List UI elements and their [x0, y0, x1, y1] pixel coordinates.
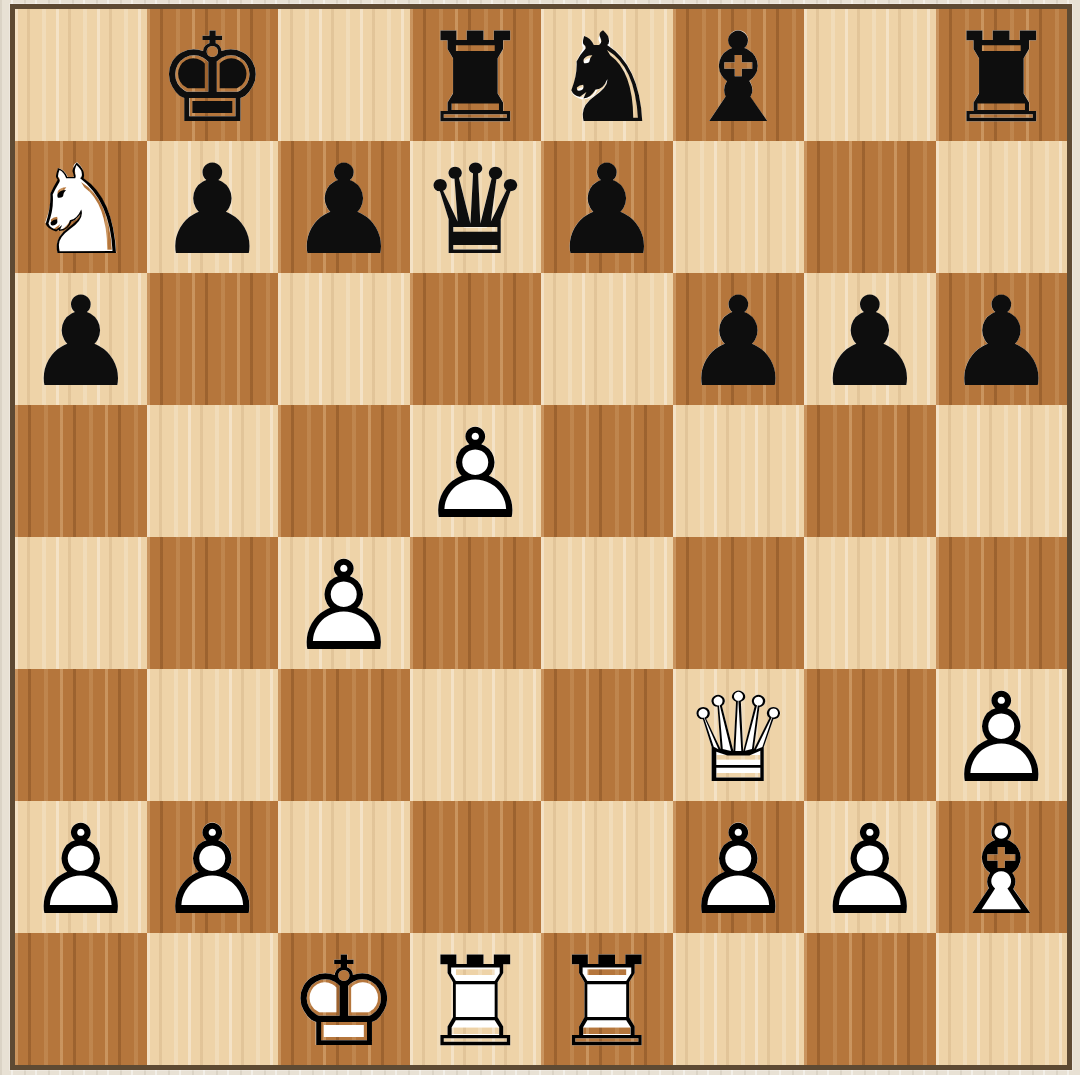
square-e1[interactable]: ♜♖ — [541, 933, 673, 1065]
square-a8[interactable] — [15, 9, 147, 141]
square-g4[interactable] — [804, 537, 936, 669]
piece-black-pawn[interactable]: ♙♟ — [147, 141, 279, 273]
square-a5[interactable] — [15, 405, 147, 537]
square-e4[interactable] — [541, 537, 673, 669]
black-pawn-icon: ♟ — [936, 276, 1068, 408]
square-g1[interactable] — [804, 933, 936, 1065]
square-c5[interactable] — [278, 405, 410, 537]
square-b3[interactable] — [147, 669, 279, 801]
square-a2[interactable]: ♟♙ — [15, 801, 147, 933]
piece-white-bishop[interactable]: ♝♗ — [936, 801, 1068, 933]
square-d2[interactable] — [410, 801, 542, 933]
square-h4[interactable] — [936, 537, 1068, 669]
square-e2[interactable] — [541, 801, 673, 933]
white-pawn-icon: ♙ — [804, 804, 936, 936]
white-pawn-icon: ♙ — [673, 804, 805, 936]
piece-white-pawn[interactable]: ♟♙ — [804, 801, 936, 933]
black-queen-icon: ♛ — [410, 144, 542, 276]
square-f1[interactable] — [673, 933, 805, 1065]
square-a7[interactable]: ♞♘ — [15, 141, 147, 273]
piece-black-knight[interactable]: ♘♞ — [541, 9, 673, 141]
piece-white-rook[interactable]: ♜♖ — [410, 933, 542, 1065]
black-rook-icon: ♜ — [936, 12, 1068, 144]
square-d8[interactable]: ♖♜ — [410, 9, 542, 141]
square-c7[interactable]: ♙♟ — [278, 141, 410, 273]
square-e7[interactable]: ♙♟ — [541, 141, 673, 273]
square-c4[interactable]: ♟♙ — [278, 537, 410, 669]
black-pawn-icon: ♟ — [804, 276, 936, 408]
piece-white-pawn[interactable]: ♟♙ — [936, 669, 1068, 801]
piece-white-rook[interactable]: ♜♖ — [541, 933, 673, 1065]
piece-black-pawn[interactable]: ♙♟ — [804, 273, 936, 405]
piece-black-bishop[interactable]: ♗♝ — [673, 9, 805, 141]
black-bishop-icon: ♝ — [673, 12, 805, 144]
black-pawn-icon: ♟ — [278, 144, 410, 276]
piece-black-pawn[interactable]: ♙♟ — [278, 141, 410, 273]
piece-black-rook[interactable]: ♖♜ — [936, 9, 1068, 141]
square-d5[interactable]: ♟♙ — [410, 405, 542, 537]
square-f8[interactable]: ♗♝ — [673, 9, 805, 141]
piece-black-pawn[interactable]: ♙♟ — [15, 273, 147, 405]
square-c1[interactable]: ♚♔ — [278, 933, 410, 1065]
square-f6[interactable]: ♙♟ — [673, 273, 805, 405]
piece-black-pawn[interactable]: ♙♟ — [673, 273, 805, 405]
piece-white-pawn[interactable]: ♟♙ — [147, 801, 279, 933]
square-c8[interactable] — [278, 9, 410, 141]
square-a6[interactable]: ♙♟ — [15, 273, 147, 405]
square-a3[interactable] — [15, 669, 147, 801]
square-c3[interactable] — [278, 669, 410, 801]
black-pawn-icon: ♟ — [673, 276, 805, 408]
white-rook-icon: ♖ — [541, 936, 673, 1068]
black-pawn-icon: ♟ — [147, 144, 279, 276]
square-d6[interactable] — [410, 273, 542, 405]
square-d7[interactable]: ♕♛ — [410, 141, 542, 273]
piece-black-queen[interactable]: ♕♛ — [410, 141, 542, 273]
square-f7[interactable] — [673, 141, 805, 273]
square-e6[interactable] — [541, 273, 673, 405]
square-f4[interactable] — [673, 537, 805, 669]
black-pawn-icon: ♟ — [541, 144, 673, 276]
chess-board: ♔♚♖♜♘♞♗♝♖♜♞♘♙♟♙♟♕♛♙♟♙♟♙♟♙♟♙♟♟♙♟♙♛♕♟♙♟♙♟♙… — [10, 4, 1072, 1070]
white-bishop-icon: ♗ — [936, 804, 1068, 936]
square-e5[interactable] — [541, 405, 673, 537]
square-h1[interactable] — [936, 933, 1068, 1065]
square-a1[interactable] — [15, 933, 147, 1065]
piece-white-king[interactable]: ♚♔ — [278, 933, 410, 1065]
white-pawn-icon: ♙ — [936, 672, 1068, 804]
square-c2[interactable] — [278, 801, 410, 933]
square-d3[interactable] — [410, 669, 542, 801]
square-h7[interactable] — [936, 141, 1068, 273]
square-b6[interactable] — [147, 273, 279, 405]
black-knight-icon: ♞ — [541, 12, 673, 144]
square-g2[interactable]: ♟♙ — [804, 801, 936, 933]
piece-black-pawn[interactable]: ♙♟ — [936, 273, 1068, 405]
piece-white-pawn[interactable]: ♟♙ — [15, 801, 147, 933]
square-h6[interactable]: ♙♟ — [936, 273, 1068, 405]
square-h2[interactable]: ♝♗ — [936, 801, 1068, 933]
square-h8[interactable]: ♖♜ — [936, 9, 1068, 141]
square-f3[interactable]: ♛♕ — [673, 669, 805, 801]
square-d4[interactable] — [410, 537, 542, 669]
white-king-icon: ♔ — [278, 936, 410, 1068]
square-g6[interactable]: ♙♟ — [804, 273, 936, 405]
white-rook-icon: ♖ — [410, 936, 542, 1068]
square-g3[interactable] — [804, 669, 936, 801]
square-e8[interactable]: ♘♞ — [541, 9, 673, 141]
white-knight-icon: ♘ — [15, 144, 147, 276]
square-b2[interactable]: ♟♙ — [147, 801, 279, 933]
white-pawn-icon: ♙ — [278, 540, 410, 672]
black-king-icon: ♚ — [147, 12, 279, 144]
black-rook-icon: ♜ — [410, 12, 542, 144]
square-g8[interactable] — [804, 9, 936, 141]
white-queen-icon: ♕ — [673, 672, 805, 804]
square-g5[interactable] — [804, 405, 936, 537]
piece-white-pawn[interactable]: ♟♙ — [673, 801, 805, 933]
piece-white-queen[interactable]: ♛♕ — [673, 669, 805, 801]
square-b1[interactable] — [147, 933, 279, 1065]
piece-white-pawn[interactable]: ♟♙ — [410, 405, 542, 537]
piece-white-pawn[interactable]: ♟♙ — [278, 537, 410, 669]
square-d1[interactable]: ♜♖ — [410, 933, 542, 1065]
square-c6[interactable] — [278, 273, 410, 405]
piece-black-king[interactable]: ♔♚ — [147, 9, 279, 141]
square-f2[interactable]: ♟♙ — [673, 801, 805, 933]
square-b8[interactable]: ♔♚ — [147, 9, 279, 141]
square-g7[interactable] — [804, 141, 936, 273]
piece-white-knight[interactable]: ♞♘ — [15, 141, 147, 273]
square-h5[interactable] — [936, 405, 1068, 537]
square-a4[interactable] — [15, 537, 147, 669]
square-f5[interactable] — [673, 405, 805, 537]
piece-black-pawn[interactable]: ♙♟ — [541, 141, 673, 273]
white-pawn-icon: ♙ — [15, 804, 147, 936]
piece-black-rook[interactable]: ♖♜ — [410, 9, 542, 141]
white-pawn-icon: ♙ — [147, 804, 279, 936]
board-grid: ♔♚♖♜♘♞♗♝♖♜♞♘♙♟♙♟♕♛♙♟♙♟♙♟♙♟♙♟♟♙♟♙♛♕♟♙♟♙♟♙… — [15, 9, 1067, 1065]
white-pawn-icon: ♙ — [410, 408, 542, 540]
black-pawn-icon: ♟ — [15, 276, 147, 408]
square-b5[interactable] — [147, 405, 279, 537]
square-b4[interactable] — [147, 537, 279, 669]
square-e3[interactable] — [541, 669, 673, 801]
square-b7[interactable]: ♙♟ — [147, 141, 279, 273]
square-h3[interactable]: ♟♙ — [936, 669, 1068, 801]
